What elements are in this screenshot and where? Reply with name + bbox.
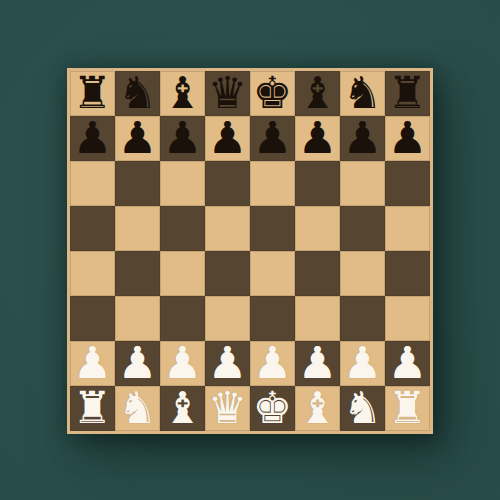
piece-black-king[interactable]: ♚ xyxy=(253,71,292,115)
square-h7[interactable]: ♟ xyxy=(385,116,430,161)
piece-white-king[interactable]: ♚ xyxy=(253,386,292,430)
piece-white-pawn[interactable]: ♟ xyxy=(73,341,112,385)
square-g1[interactable]: ♞ xyxy=(340,386,385,431)
piece-black-knight[interactable]: ♞ xyxy=(118,71,157,115)
square-c3[interactable] xyxy=(160,296,205,341)
square-c1[interactable]: ♝ xyxy=(160,386,205,431)
square-d4[interactable] xyxy=(205,251,250,296)
square-f5[interactable] xyxy=(295,206,340,251)
piece-white-rook[interactable]: ♜ xyxy=(73,386,112,430)
square-h4[interactable] xyxy=(385,251,430,296)
piece-black-rook[interactable]: ♜ xyxy=(388,71,427,115)
piece-white-pawn[interactable]: ♟ xyxy=(388,341,427,385)
square-a4[interactable] xyxy=(70,251,115,296)
square-c4[interactable] xyxy=(160,251,205,296)
piece-black-pawn[interactable]: ♟ xyxy=(73,116,112,160)
square-d8[interactable]: ♛ xyxy=(205,71,250,116)
square-c8[interactable]: ♝ xyxy=(160,71,205,116)
square-f8[interactable]: ♝ xyxy=(295,71,340,116)
square-g5[interactable] xyxy=(340,206,385,251)
square-a5[interactable] xyxy=(70,206,115,251)
square-f7[interactable]: ♟ xyxy=(295,116,340,161)
square-c5[interactable] xyxy=(160,206,205,251)
square-g2[interactable]: ♟ xyxy=(340,341,385,386)
square-g3[interactable] xyxy=(340,296,385,341)
square-e5[interactable] xyxy=(250,206,295,251)
piece-black-bishop[interactable]: ♝ xyxy=(163,71,202,115)
piece-black-pawn[interactable]: ♟ xyxy=(343,116,382,160)
piece-white-knight[interactable]: ♞ xyxy=(118,386,157,430)
square-d3[interactable] xyxy=(205,296,250,341)
piece-black-pawn[interactable]: ♟ xyxy=(388,116,427,160)
square-h3[interactable] xyxy=(385,296,430,341)
square-g6[interactable] xyxy=(340,161,385,206)
square-b1[interactable]: ♞ xyxy=(115,386,160,431)
square-b2[interactable]: ♟ xyxy=(115,341,160,386)
square-b6[interactable] xyxy=(115,161,160,206)
piece-black-bishop[interactable]: ♝ xyxy=(298,71,337,115)
square-e6[interactable] xyxy=(250,161,295,206)
piece-white-bishop[interactable]: ♝ xyxy=(163,386,202,430)
square-a8[interactable]: ♜ xyxy=(70,71,115,116)
piece-white-pawn[interactable]: ♟ xyxy=(208,341,247,385)
square-e4[interactable] xyxy=(250,251,295,296)
piece-black-pawn[interactable]: ♟ xyxy=(163,116,202,160)
square-h5[interactable] xyxy=(385,206,430,251)
square-h6[interactable] xyxy=(385,161,430,206)
square-b4[interactable] xyxy=(115,251,160,296)
piece-white-rook[interactable]: ♜ xyxy=(388,386,427,430)
square-g8[interactable]: ♞ xyxy=(340,71,385,116)
piece-black-pawn[interactable]: ♟ xyxy=(253,116,292,160)
square-e7[interactable]: ♟ xyxy=(250,116,295,161)
piece-white-pawn[interactable]: ♟ xyxy=(118,341,157,385)
piece-black-queen[interactable]: ♛ xyxy=(208,71,247,115)
square-c6[interactable] xyxy=(160,161,205,206)
scene: ♜♞♝♛♚♝♞♜♟♟♟♟♟♟♟♟♟♟♟♟♟♟♟♟♜♞♝♛♚♝♞♜ xyxy=(0,0,500,500)
square-b3[interactable] xyxy=(115,296,160,341)
piece-white-pawn[interactable]: ♟ xyxy=(298,341,337,385)
piece-white-pawn[interactable]: ♟ xyxy=(343,341,382,385)
piece-black-rook[interactable]: ♜ xyxy=(73,71,112,115)
piece-black-pawn[interactable]: ♟ xyxy=(298,116,337,160)
square-g7[interactable]: ♟ xyxy=(340,116,385,161)
square-a3[interactable] xyxy=(70,296,115,341)
square-f4[interactable] xyxy=(295,251,340,296)
square-d2[interactable]: ♟ xyxy=(205,341,250,386)
square-e2[interactable]: ♟ xyxy=(250,341,295,386)
square-a7[interactable]: ♟ xyxy=(70,116,115,161)
piece-black-knight[interactable]: ♞ xyxy=(343,71,382,115)
piece-black-pawn[interactable]: ♟ xyxy=(208,116,247,160)
square-d7[interactable]: ♟ xyxy=(205,116,250,161)
square-c2[interactable]: ♟ xyxy=(160,341,205,386)
piece-white-queen[interactable]: ♛ xyxy=(208,386,247,430)
square-b7[interactable]: ♟ xyxy=(115,116,160,161)
square-h2[interactable]: ♟ xyxy=(385,341,430,386)
chess-board: ♜♞♝♛♚♝♞♜♟♟♟♟♟♟♟♟♟♟♟♟♟♟♟♟♜♞♝♛♚♝♞♜ xyxy=(67,68,433,434)
square-f6[interactable] xyxy=(295,161,340,206)
piece-black-pawn[interactable]: ♟ xyxy=(118,116,157,160)
square-d6[interactable] xyxy=(205,161,250,206)
square-f2[interactable]: ♟ xyxy=(295,341,340,386)
square-g4[interactable] xyxy=(340,251,385,296)
square-d5[interactable] xyxy=(205,206,250,251)
square-d1[interactable]: ♛ xyxy=(205,386,250,431)
square-c7[interactable]: ♟ xyxy=(160,116,205,161)
square-a6[interactable] xyxy=(70,161,115,206)
piece-white-knight[interactable]: ♞ xyxy=(343,386,382,430)
square-e1[interactable]: ♚ xyxy=(250,386,295,431)
square-h1[interactable]: ♜ xyxy=(385,386,430,431)
square-f3[interactable] xyxy=(295,296,340,341)
square-h8[interactable]: ♜ xyxy=(385,71,430,116)
piece-white-pawn[interactable]: ♟ xyxy=(163,341,202,385)
square-b8[interactable]: ♞ xyxy=(115,71,160,116)
square-b5[interactable] xyxy=(115,206,160,251)
piece-white-bishop[interactable]: ♝ xyxy=(298,386,337,430)
square-a2[interactable]: ♟ xyxy=(70,341,115,386)
piece-white-pawn[interactable]: ♟ xyxy=(253,341,292,385)
square-e8[interactable]: ♚ xyxy=(250,71,295,116)
square-e3[interactable] xyxy=(250,296,295,341)
square-a1[interactable]: ♜ xyxy=(70,386,115,431)
square-f1[interactable]: ♝ xyxy=(295,386,340,431)
